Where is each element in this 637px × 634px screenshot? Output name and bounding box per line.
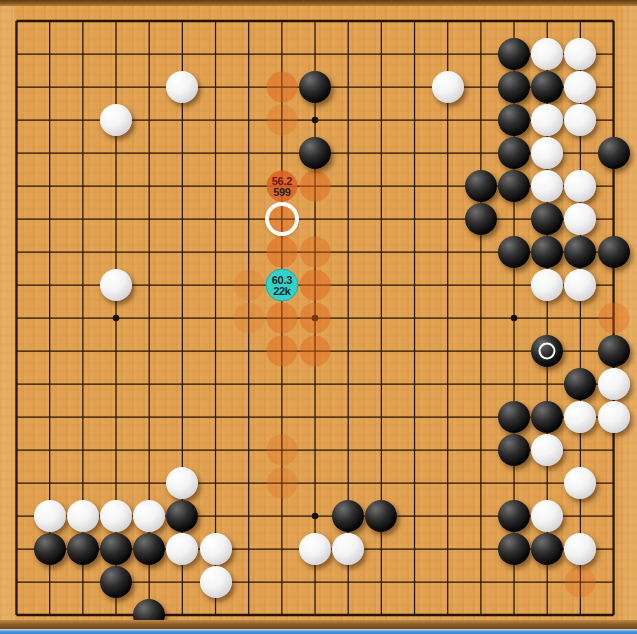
black-stone [465,203,497,235]
white-stone [332,533,364,565]
white-stone [564,38,596,70]
white-stone [564,104,596,136]
white-stone [531,269,563,301]
white-stone [166,533,198,565]
heatmap-circle[interactable] [233,303,264,334]
black-stone [531,203,563,235]
heatmap-circle[interactable] [300,171,331,202]
white-stone [67,500,99,532]
white-stone [564,170,596,202]
hover-move-ring[interactable] [265,202,299,236]
heatmap-circle[interactable] [266,336,297,367]
white-stone [531,38,563,70]
last-move-marker [539,343,556,360]
white-stone [598,401,630,433]
candidate-best-winrate: 60.3 [272,275,292,285]
white-stone [564,401,596,433]
white-stone [100,500,132,532]
black-stone [498,401,530,433]
candidate-move-red[interactable]: 56.2 599 [266,171,297,202]
heatmap-circle[interactable] [300,237,331,268]
white-stone [100,269,132,301]
candidate-red-winrate: 56.2 [272,176,292,186]
heatmap-circle[interactable] [266,237,297,268]
heatmap-circle[interactable] [266,435,297,466]
white-stone [564,269,596,301]
black-stone [166,500,198,532]
heatmap-circle[interactable] [565,567,596,598]
black-stone [531,71,563,103]
heatmap-circle[interactable] [266,303,297,334]
white-stone [200,533,232,565]
black-stone [100,533,132,565]
white-stone [299,533,331,565]
white-stone [166,467,198,499]
black-stone [531,401,563,433]
black-stone [34,533,66,565]
star-point [113,315,120,322]
black-stone [498,137,530,169]
white-stone [432,71,464,103]
go-board[interactable]: 56.2 599 60.3 22k [0,0,637,634]
white-stone [564,71,596,103]
white-stone [531,170,563,202]
black-stone [299,71,331,103]
black-stone [598,335,630,367]
star-point [312,117,319,124]
board-top-rim [0,0,637,6]
black-stone [100,566,132,598]
black-stone [465,170,497,202]
black-stone [498,104,530,136]
candidate-best-visits: 22k [273,285,290,295]
star-point [312,513,319,520]
black-stone [498,170,530,202]
white-stone [564,533,596,565]
black-stone [498,236,530,268]
heatmap-circle[interactable] [233,270,264,301]
white-stone [531,137,563,169]
white-stone [133,500,165,532]
go-analysis-screenshot: 56.2 599 60.3 22k [0,0,637,634]
heatmap-circle[interactable] [300,336,331,367]
black-stone [67,533,99,565]
window-edge-strip [0,629,637,634]
black-stone [598,137,630,169]
white-stone [34,500,66,532]
black-stone [498,500,530,532]
black-stone [365,500,397,532]
black-stone [498,38,530,70]
white-stone [531,500,563,532]
white-stone [564,467,596,499]
black-stone [531,236,563,268]
black-stone [564,368,596,400]
star-point [511,315,518,322]
heatmap-circle[interactable] [300,270,331,301]
black-stone [564,236,596,268]
black-stone [531,533,563,565]
black-stone [332,500,364,532]
black-stone [531,335,563,367]
heatmap-circle[interactable] [598,303,629,334]
heatmap-circle[interactable] [300,303,331,334]
black-stone [498,533,530,565]
black-stone [299,137,331,169]
white-stone [166,71,198,103]
white-stone [100,104,132,136]
heatmap-circle[interactable] [266,468,297,499]
candidate-red-visits: 599 [273,186,290,196]
black-stone [133,533,165,565]
candidate-move-best[interactable]: 60.3 22k [265,269,298,302]
white-stone [564,203,596,235]
heatmap-circle[interactable] [266,72,297,103]
heatmap-circle[interactable] [266,105,297,136]
white-stone [531,434,563,466]
white-stone [598,368,630,400]
black-stone [498,71,530,103]
white-stone [200,566,232,598]
black-stone [498,434,530,466]
black-stone [598,236,630,268]
white-stone [531,104,563,136]
